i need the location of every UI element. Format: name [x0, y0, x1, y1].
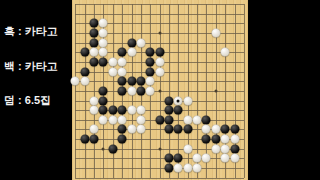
black-stone[interactable] — [174, 106, 183, 115]
white-stone[interactable] — [221, 144, 230, 153]
black-stone[interactable] — [155, 48, 164, 57]
white-stone[interactable] — [99, 28, 108, 37]
white-stone[interactable] — [127, 125, 136, 134]
white-stone[interactable] — [193, 154, 202, 163]
grid-line-horizontal — [75, 168, 244, 169]
white-stone[interactable] — [99, 115, 108, 124]
black-stone[interactable] — [155, 115, 164, 124]
white-stone[interactable] — [221, 135, 230, 144]
go-board[interactable] — [72, 0, 248, 180]
black-stone[interactable] — [118, 48, 127, 57]
white-stone[interactable] — [127, 48, 136, 57]
white-stone[interactable] — [136, 38, 145, 47]
last-move-marker — [177, 99, 180, 102]
white-stone[interactable] — [193, 164, 202, 173]
black-stone[interactable] — [165, 106, 174, 115]
white-stone[interactable] — [183, 164, 192, 173]
black-player-label: 흑 : 카타고 — [4, 26, 58, 38]
white-player-label: 백 : 카타고 — [4, 61, 58, 73]
white-stone[interactable] — [230, 135, 239, 144]
white-stone[interactable] — [136, 115, 145, 124]
game-info-panel: 흑 : 카타고 백 : 카타고 덤 : 6.5집 — [4, 3, 58, 130]
black-stone[interactable] — [80, 48, 89, 57]
white-stone[interactable] — [155, 67, 164, 76]
black-stone[interactable] — [136, 77, 145, 86]
grid-line-vertical — [206, 4, 207, 178]
hoshi-point — [158, 31, 161, 34]
white-stone[interactable] — [230, 154, 239, 163]
black-stone[interactable] — [80, 67, 89, 76]
black-stone[interactable] — [99, 86, 108, 95]
screenshot-stage: 흑 : 카타고 백 : 카타고 덤 : 6.5집 — [0, 0, 320, 180]
black-stone[interactable] — [174, 125, 183, 134]
white-stone[interactable] — [108, 67, 117, 76]
black-stone[interactable] — [99, 96, 108, 105]
komi-label: 덤 : 6.5집 — [4, 95, 58, 107]
white-stone[interactable] — [90, 48, 99, 57]
white-stone[interactable] — [183, 115, 192, 124]
white-stone[interactable] — [127, 86, 136, 95]
white-stone[interactable] — [118, 115, 127, 124]
black-stone[interactable] — [118, 86, 127, 95]
grid-line-horizontal — [75, 178, 244, 179]
black-stone[interactable] — [165, 115, 174, 124]
hoshi-point — [214, 89, 217, 92]
black-stone[interactable] — [90, 57, 99, 66]
white-stone[interactable] — [193, 115, 202, 124]
black-stone[interactable] — [90, 19, 99, 28]
white-stone[interactable] — [80, 77, 89, 86]
black-stone[interactable] — [108, 144, 117, 153]
white-stone[interactable] — [136, 125, 145, 134]
white-stone[interactable] — [118, 67, 127, 76]
white-stone[interactable] — [174, 164, 183, 173]
black-stone[interactable] — [118, 77, 127, 86]
white-stone[interactable] — [90, 96, 99, 105]
black-stone[interactable] — [183, 125, 192, 134]
black-stone[interactable] — [165, 125, 174, 134]
black-stone[interactable] — [118, 125, 127, 134]
white-stone[interactable] — [108, 57, 117, 66]
white-stone[interactable] — [99, 19, 108, 28]
hoshi-point — [158, 89, 161, 92]
black-stone[interactable] — [174, 154, 183, 163]
white-stone[interactable] — [146, 86, 155, 95]
white-stone[interactable] — [127, 106, 136, 115]
white-stone[interactable] — [99, 38, 108, 47]
white-stone[interactable] — [183, 144, 192, 153]
black-stone[interactable] — [202, 135, 211, 144]
black-stone[interactable] — [108, 106, 117, 115]
hoshi-point — [102, 147, 105, 150]
black-stone[interactable] — [230, 144, 239, 153]
black-stone[interactable] — [230, 125, 239, 134]
black-stone[interactable] — [80, 135, 89, 144]
white-stone[interactable] — [99, 48, 108, 57]
white-stone[interactable] — [90, 106, 99, 115]
white-stone[interactable] — [71, 77, 80, 86]
white-stone[interactable] — [202, 125, 211, 134]
black-stone[interactable] — [90, 28, 99, 37]
white-stone[interactable] — [108, 115, 117, 124]
black-stone[interactable] — [165, 96, 174, 105]
grid-line-vertical — [197, 4, 198, 178]
white-stone[interactable] — [136, 106, 145, 115]
black-stone[interactable] — [90, 38, 99, 47]
white-stone[interactable] — [211, 125, 220, 134]
white-stone[interactable] — [118, 57, 127, 66]
white-stone[interactable] — [146, 77, 155, 86]
black-stone[interactable] — [127, 38, 136, 47]
white-stone[interactable] — [155, 57, 164, 66]
black-stone[interactable] — [165, 164, 174, 173]
white-stone[interactable] — [221, 154, 230, 163]
black-stone[interactable] — [118, 106, 127, 115]
black-stone[interactable] — [127, 77, 136, 86]
black-stone[interactable] — [90, 135, 99, 144]
grid-line-vertical — [169, 4, 170, 178]
black-stone[interactable] — [221, 125, 230, 134]
grid-line-vertical — [178, 4, 179, 178]
white-stone[interactable] — [90, 125, 99, 134]
white-stone[interactable] — [221, 48, 230, 57]
white-stone[interactable] — [183, 96, 192, 105]
black-stone[interactable] — [202, 115, 211, 124]
black-stone[interactable] — [146, 67, 155, 76]
black-stone[interactable] — [99, 57, 108, 66]
grid-line-vertical — [244, 4, 245, 178]
black-stone[interactable] — [99, 106, 108, 115]
black-stone[interactable] — [146, 48, 155, 57]
black-stone[interactable] — [136, 86, 145, 95]
white-stone[interactable] — [211, 144, 220, 153]
black-stone[interactable] — [211, 135, 220, 144]
black-stone[interactable] — [118, 135, 127, 144]
black-stone[interactable] — [146, 57, 155, 66]
grid-line-horizontal — [75, 158, 244, 159]
white-stone[interactable] — [211, 28, 220, 37]
white-stone[interactable] — [202, 154, 211, 163]
black-stone[interactable] — [165, 154, 174, 163]
hoshi-point — [158, 147, 161, 150]
